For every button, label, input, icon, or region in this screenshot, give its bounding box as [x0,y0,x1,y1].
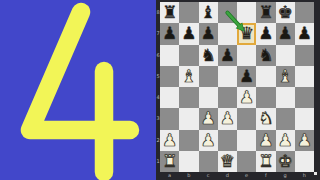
square-g5[interactable]: ♝ [276,66,295,87]
square-c1[interactable] [199,151,218,172]
square-b8[interactable] [179,2,198,23]
black-knight[interactable]: ♞ [258,47,273,64]
square-c2[interactable]: ♟ [199,130,218,151]
chess-board: 87654321 ♜♝♜♚♟♟♟♛♟♟♟♞♟♞♝♟♝♟♟♟♞♟♟♟♟♟♜♛♜♚ … [156,0,320,180]
square-h3[interactable] [295,108,314,129]
file-label-b: b [179,171,198,180]
square-a1[interactable]: ♜ [160,151,179,172]
black-knight[interactable]: ♞ [201,47,216,64]
square-d4[interactable] [218,87,237,108]
square-f6[interactable]: ♞ [256,45,275,66]
square-f8[interactable]: ♜ [256,2,275,23]
black-rook[interactable]: ♜ [162,4,177,21]
file-label-g: g [276,171,295,180]
square-c6[interactable]: ♞ [199,45,218,66]
black-pawn[interactable]: ♟ [297,25,312,42]
black-rook[interactable]: ♜ [258,4,273,21]
square-e5[interactable]: ♟ [237,66,256,87]
square-h1[interactable] [295,151,314,172]
white-pawn[interactable]: ♟ [220,110,235,127]
big-number-4 [0,0,156,180]
black-pawn[interactable]: ♟ [201,25,216,42]
square-c7[interactable]: ♟ [199,23,218,44]
square-c8[interactable]: ♝ [199,2,218,23]
white-knight[interactable]: ♞ [258,110,273,127]
square-e6[interactable] [237,45,256,66]
square-d1[interactable]: ♛ [218,151,237,172]
square-f1[interactable]: ♜ [256,151,275,172]
square-f3[interactable]: ♞ [256,108,275,129]
board-squares: ♜♝♜♚♟♟♟♛♟♟♟♞♟♞♝♟♝♟♟♟♞♟♟♟♟♟♜♛♜♚ [160,2,314,172]
square-f7[interactable]: ♟ [256,23,275,44]
white-pawn[interactable]: ♟ [239,89,254,106]
white-pawn[interactable]: ♟ [201,110,216,127]
file-label-c: c [199,171,218,180]
square-g2[interactable]: ♟ [276,130,295,151]
square-b6[interactable] [179,45,198,66]
video-frame: 4 87654321 ♜♝♜♚♟♟♟♛♟♟♟♞♟♞♝♟♝♟♟♟♞♟♟♟♟♟♜♛♜… [0,0,320,180]
square-f5[interactable] [256,66,275,87]
black-pawn[interactable]: ♟ [258,25,273,42]
white-queen[interactable]: ♛ [220,153,235,170]
square-d6[interactable]: ♟ [218,45,237,66]
square-a7[interactable]: ♟ [160,23,179,44]
square-e8[interactable] [237,2,256,23]
white-bishop[interactable]: ♝ [181,68,196,85]
square-g4[interactable] [276,87,295,108]
square-d5[interactable] [218,66,237,87]
white-pawn[interactable]: ♟ [297,132,312,149]
square-d8[interactable] [218,2,237,23]
square-e7[interactable]: ♛ [237,23,256,44]
square-e1[interactable] [237,151,256,172]
black-pawn[interactable]: ♟ [220,47,235,64]
left-panel: 4 [0,0,156,180]
black-pawn[interactable]: ♟ [162,25,177,42]
corner-dot [314,172,317,175]
square-a6[interactable] [160,45,179,66]
square-e4[interactable]: ♟ [237,87,256,108]
square-e2[interactable] [237,130,256,151]
black-pawn[interactable]: ♟ [181,25,196,42]
file-label-a: a [160,171,179,180]
square-b7[interactable]: ♟ [179,23,198,44]
square-b2[interactable] [179,130,198,151]
file-label-h: h [295,171,314,180]
file-label-e: e [237,171,256,180]
square-a5[interactable] [160,66,179,87]
square-d3[interactable]: ♟ [218,108,237,129]
square-d2[interactable] [218,130,237,151]
black-queen[interactable]: ♛ [239,25,254,42]
square-a3[interactable] [160,108,179,129]
black-king[interactable]: ♚ [278,4,293,21]
black-pawn[interactable]: ♟ [278,25,293,42]
white-pawn[interactable]: ♟ [162,132,177,149]
square-h2[interactable]: ♟ [295,130,314,151]
black-bishop[interactable]: ♝ [201,4,216,21]
white-rook[interactable]: ♜ [162,153,177,170]
square-f2[interactable]: ♟ [256,130,275,151]
square-b4[interactable] [179,87,198,108]
square-c4[interactable] [199,87,218,108]
file-label-d: d [218,171,237,180]
white-bishop[interactable]: ♝ [278,68,293,85]
square-g1[interactable]: ♚ [276,151,295,172]
square-a4[interactable] [160,87,179,108]
square-h4[interactable] [295,87,314,108]
white-pawn[interactable]: ♟ [278,132,293,149]
white-king[interactable]: ♚ [278,153,293,170]
black-pawn[interactable]: ♟ [239,68,254,85]
square-d7[interactable] [218,23,237,44]
square-c5[interactable] [199,66,218,87]
square-g6[interactable] [276,45,295,66]
square-h6[interactable] [295,45,314,66]
square-b1[interactable] [179,151,198,172]
square-c3[interactable]: ♟ [199,108,218,129]
square-a8[interactable]: ♜ [160,2,179,23]
square-b3[interactable] [179,108,198,129]
square-g7[interactable]: ♟ [276,23,295,44]
square-h5[interactable] [295,66,314,87]
white-pawn[interactable]: ♟ [258,132,273,149]
square-e3[interactable] [237,108,256,129]
file-labels: abcdefgh [160,171,314,180]
square-h7[interactable]: ♟ [295,23,314,44]
square-g3[interactable] [276,108,295,129]
square-g8[interactable]: ♚ [276,2,295,23]
square-f4[interactable] [256,87,275,108]
square-a2[interactable]: ♟ [160,130,179,151]
white-pawn[interactable]: ♟ [201,132,216,149]
file-label-f: f [256,171,275,180]
white-rook[interactable]: ♜ [258,153,273,170]
square-h8[interactable] [295,2,314,23]
square-b5[interactable]: ♝ [179,66,198,87]
